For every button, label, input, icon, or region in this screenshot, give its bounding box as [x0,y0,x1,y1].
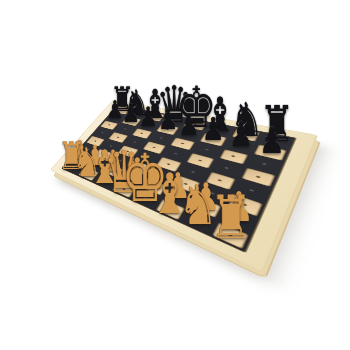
chess-set-photo: ♜♞♝♛♚♝♞♜♟♟♟♟♟♟♟♟♟♟♟♟♟♟♟♟♜♞♝♛♚♝♞♜ [0,0,350,350]
piece-white-rook-h1[interactable]: ♜ [210,189,253,249]
piece-black-pawn-d7[interactable]: ♟ [158,106,178,134]
piece-black-pawn-h7[interactable]: ♟ [259,123,285,159]
piece-black-pawn-c7[interactable]: ♟ [139,103,158,130]
piece-black-pawn-g7[interactable]: ♟ [229,118,253,152]
piece-black-pawn-b7[interactable]: ♟ [122,100,140,126]
piece-black-pawn-f7[interactable]: ♟ [202,114,225,146]
piece-black-pawn-e7[interactable]: ♟ [178,110,199,140]
